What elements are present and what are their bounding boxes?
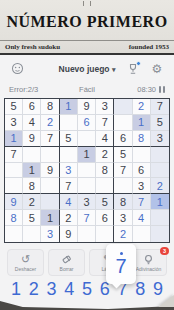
cell-r7c2[interactable]: 2 (23, 194, 41, 210)
cell-r6c6[interactable] (96, 178, 114, 194)
numpad-key-5[interactable]: 5 (79, 280, 95, 300)
cell-r3c5[interactable] (78, 131, 96, 147)
cell-r4c1[interactable]: 7 (5, 147, 23, 163)
cell-r1c2[interactable]: 6 (23, 99, 41, 115)
popup-number: 7 (115, 256, 126, 276)
cell-r8c3[interactable]: 1 (41, 210, 59, 226)
new-game-dropdown[interactable]: Nuevo juego ▾ (59, 64, 116, 74)
app-title: NÚMERO PRIMERO (0, 13, 174, 31)
cell-r1c7[interactable] (114, 99, 132, 115)
app-screenshot: NÚMERO PRIMERO Only fresh sudoku founded… (0, 0, 174, 310)
cell-r1c3[interactable]: 8 (41, 99, 59, 115)
pause-button[interactable] (159, 86, 165, 93)
cell-r4c5[interactable]: 1 (78, 147, 96, 163)
awards-icon[interactable] (125, 61, 141, 77)
cell-r7c1[interactable]: 9 (5, 194, 23, 210)
cell-r3c4[interactable]: 5 (60, 131, 78, 147)
cell-r8c6[interactable]: 6 (96, 210, 114, 226)
cell-r2c4[interactable] (60, 115, 78, 131)
numpad-key-8[interactable]: 8 (132, 280, 148, 300)
cell-r5c7[interactable]: 7 (114, 163, 132, 179)
cell-r3c7[interactable]: 6 (114, 131, 132, 147)
cell-r6c1[interactable] (5, 178, 23, 194)
newspaper-paper: NÚMERO PRIMERO Only fresh sudoku founded… (0, 0, 174, 310)
cell-r2c8[interactable]: 1 (133, 115, 151, 131)
cell-r4c4[interactable] (60, 147, 78, 163)
cell-r3c3[interactable]: 7 (41, 131, 59, 147)
cell-r4c6[interactable]: 2 (96, 147, 114, 163)
status-row: Error:2/3 Fácil 08:30 (0, 82, 174, 97)
hint-bulb-icon (143, 253, 154, 265)
cell-r1c6[interactable]: 3 (96, 99, 114, 115)
app-toolbar: Nuevo juego ▾ ⚙ (0, 55, 174, 82)
timer: 08:30 (137, 85, 156, 94)
masthead-taglines: Only fresh sudoku founded 1953 (0, 40, 174, 53)
cell-r2c3[interactable]: 2 (41, 115, 59, 131)
cell-r7c5[interactable]: 3 (78, 194, 96, 210)
fold-marks (83, 1, 91, 6)
chevron-down-icon: ▾ (112, 66, 116, 73)
cell-r3c9[interactable]: 3 (151, 131, 169, 147)
cell-r6c2[interactable]: 8 (23, 178, 41, 194)
cell-r6c9[interactable]: 2 (151, 178, 169, 194)
cell-r8c8[interactable]: 4 (133, 210, 151, 226)
cell-r3c1[interactable]: 1 (5, 131, 23, 147)
cell-r1c8[interactable]: 2 (133, 99, 151, 115)
masthead: NÚMERO PRIMERO Only fresh sudoku founded… (0, 0, 174, 55)
cell-r5c1[interactable] (5, 163, 23, 179)
cell-r5c3[interactable]: 9 (41, 163, 59, 179)
cell-r9c7[interactable]: 2 (114, 226, 132, 242)
cell-r7c3[interactable] (41, 194, 59, 210)
cell-r7c7[interactable]: 8 (114, 194, 132, 210)
error-counter: Error:2/3 (9, 85, 38, 94)
cell-r4c3[interactable] (41, 147, 59, 163)
numpad-key-4[interactable]: 4 (61, 280, 77, 300)
cell-r9c6[interactable] (96, 226, 114, 242)
undo-button[interactable]: ↺ Deshacer (7, 249, 44, 276)
cell-r6c5[interactable] (78, 178, 96, 194)
number-pad: 123456789 (0, 276, 174, 300)
cell-r1c1[interactable]: 5 (5, 99, 23, 115)
cell-r2c5[interactable]: 6 (78, 115, 96, 131)
cell-r2c1[interactable]: 3 (5, 115, 23, 131)
cell-r5c6[interactable]: 8 (96, 163, 114, 179)
difficulty-label: Fácil (79, 85, 95, 94)
cell-r6c4[interactable]: 7 (60, 178, 78, 194)
sudoku-grid: 5681932734267151975468371251938768732924… (4, 98, 170, 243)
daily-challenge-icon[interactable] (9, 61, 25, 77)
cell-r2c7[interactable] (114, 115, 132, 131)
hint-count-badge: 3 (160, 247, 169, 255)
cell-r6c3[interactable] (41, 178, 59, 194)
cell-r9c2[interactable] (23, 226, 41, 242)
cell-r7c8[interactable]: 7 (133, 194, 151, 210)
cell-r5c2[interactable]: 1 (23, 163, 41, 179)
cell-r7c9[interactable]: 1 (151, 194, 169, 210)
cell-r7c4[interactable]: 4 (60, 194, 78, 210)
page-curl (158, 295, 174, 307)
numpad-key-1[interactable]: 1 (8, 280, 24, 300)
cell-r2c2[interactable]: 4 (23, 115, 41, 131)
cell-r8c5[interactable]: 7 (78, 210, 96, 226)
cell-r9c5[interactable] (78, 226, 96, 242)
cell-r3c8[interactable]: 8 (133, 131, 151, 147)
eraser-icon (61, 253, 72, 265)
cell-r8c1[interactable]: 8 (5, 210, 23, 226)
cell-r4c9[interactable] (151, 147, 169, 163)
cell-r5c5[interactable] (78, 163, 96, 179)
cell-r2c9[interactable]: 5 (151, 115, 169, 131)
action-toolbar: ↺ Deshacer Borrar ✎ Lápiz (0, 243, 174, 276)
numpad-key-3[interactable]: 3 (44, 280, 60, 300)
cell-r9c9[interactable] (151, 226, 169, 242)
erase-button[interactable]: Borrar (48, 249, 85, 276)
cell-r8c4[interactable]: 2 (60, 210, 78, 226)
cell-r1c5[interactable]: 9 (78, 99, 96, 115)
cell-r1c9[interactable]: 7 (151, 99, 169, 115)
number-7-popup[interactable]: 7 (106, 244, 136, 284)
new-game-label: Nuevo juego (59, 64, 110, 74)
cell-r8c2[interactable]: 5 (23, 210, 41, 226)
cell-r4c8[interactable] (133, 147, 151, 163)
cell-r5c4[interactable]: 3 (60, 163, 78, 179)
undo-icon: ↺ (21, 253, 30, 265)
cell-r3c6[interactable]: 4 (96, 131, 114, 147)
sudoku-board: 5681932734267151975468371251938768732924… (4, 98, 170, 243)
settings-gear-icon[interactable]: ⚙ (149, 61, 165, 77)
cell-r4c2[interactable] (23, 147, 41, 163)
numpad-key-2[interactable]: 2 (26, 280, 42, 300)
cell-r6c7[interactable] (114, 178, 132, 194)
cell-r4c7[interactable]: 5 (114, 147, 132, 163)
cell-r6c8[interactable]: 3 (133, 178, 151, 194)
tagline-right: founded 1953 (129, 43, 169, 51)
cell-r9c4[interactable]: 9 (60, 226, 78, 242)
cell-r9c1[interactable] (5, 226, 23, 242)
cell-r2c6[interactable]: 7 (96, 115, 114, 131)
cell-r5c9[interactable] (151, 163, 169, 179)
tagline-left: Only fresh sudoku (5, 43, 60, 51)
cell-r7c6[interactable]: 5 (96, 194, 114, 210)
cell-r3c2[interactable]: 9 (23, 131, 41, 147)
cell-r9c8[interactable] (133, 226, 151, 242)
cell-r9c3[interactable]: 3 (41, 226, 59, 242)
cell-r8c9[interactable] (151, 210, 169, 226)
cell-r5c8[interactable]: 6 (133, 163, 151, 179)
notification-dot (136, 61, 141, 66)
cell-r8c7[interactable]: 3 (114, 210, 132, 226)
cell-r1c4[interactable]: 1 (60, 99, 78, 115)
